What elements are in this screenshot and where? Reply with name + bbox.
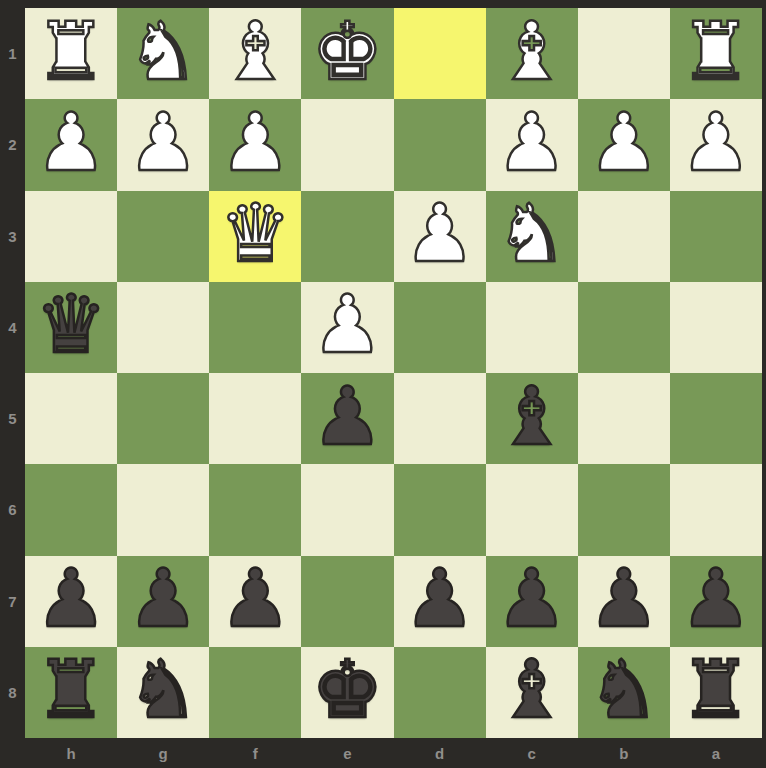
square-f5[interactable] bbox=[209, 373, 301, 464]
square-h2[interactable]: ♟ bbox=[25, 99, 117, 190]
piece-black-pawn[interactable]: ♟ bbox=[35, 559, 107, 639]
square-d8[interactable] bbox=[394, 647, 486, 738]
square-h4[interactable]: ♛ bbox=[25, 282, 117, 373]
square-b4[interactable] bbox=[578, 282, 670, 373]
file-label-a: a bbox=[670, 738, 762, 768]
square-b6[interactable] bbox=[578, 464, 670, 555]
square-a2[interactable]: ♟ bbox=[670, 99, 762, 190]
square-c1[interactable]: ♝ bbox=[486, 8, 578, 99]
square-c2[interactable]: ♟ bbox=[486, 99, 578, 190]
square-d1[interactable] bbox=[394, 8, 486, 99]
piece-white-king[interactable]: ♚ bbox=[312, 12, 384, 92]
square-a5[interactable] bbox=[670, 373, 762, 464]
square-b2[interactable]: ♟ bbox=[578, 99, 670, 190]
square-e8[interactable]: ♚ bbox=[301, 647, 393, 738]
square-h5[interactable] bbox=[25, 373, 117, 464]
piece-white-bishop[interactable]: ♝ bbox=[496, 12, 568, 92]
file-label-d: d bbox=[394, 738, 486, 768]
square-a7[interactable]: ♟ bbox=[670, 556, 762, 647]
square-d4[interactable] bbox=[394, 282, 486, 373]
piece-black-knight[interactable]: ♞ bbox=[588, 650, 660, 730]
square-d2[interactable] bbox=[394, 99, 486, 190]
square-b1[interactable] bbox=[578, 8, 670, 99]
square-e2[interactable] bbox=[301, 99, 393, 190]
square-b8[interactable]: ♞ bbox=[578, 647, 670, 738]
square-f7[interactable]: ♟ bbox=[209, 556, 301, 647]
rank-label-8: 8 bbox=[0, 647, 25, 738]
rank-label-2: 2 bbox=[0, 99, 25, 190]
piece-white-knight[interactable]: ♞ bbox=[496, 194, 568, 274]
piece-white-rook[interactable]: ♜ bbox=[35, 12, 107, 92]
square-d5[interactable] bbox=[394, 373, 486, 464]
piece-black-king[interactable]: ♚ bbox=[312, 650, 384, 730]
piece-white-pawn[interactable]: ♟ bbox=[127, 103, 199, 183]
square-h8[interactable]: ♜ bbox=[25, 647, 117, 738]
piece-black-pawn[interactable]: ♟ bbox=[127, 559, 199, 639]
square-e5[interactable]: ♟ bbox=[301, 373, 393, 464]
rank-label-1: 1 bbox=[0, 8, 25, 99]
piece-black-pawn[interactable]: ♟ bbox=[312, 377, 384, 457]
rank-label-6: 6 bbox=[0, 464, 25, 555]
square-e7[interactable] bbox=[301, 556, 393, 647]
piece-white-pawn[interactable]: ♟ bbox=[312, 285, 384, 365]
square-g7[interactable]: ♟ bbox=[117, 556, 209, 647]
square-g2[interactable]: ♟ bbox=[117, 99, 209, 190]
piece-black-bishop[interactable]: ♝ bbox=[496, 377, 568, 457]
square-e4[interactable]: ♟ bbox=[301, 282, 393, 373]
square-e3[interactable] bbox=[301, 191, 393, 282]
square-f3[interactable]: ♛ bbox=[209, 191, 301, 282]
piece-black-pawn[interactable]: ♟ bbox=[404, 559, 476, 639]
piece-white-rook[interactable]: ♜ bbox=[680, 12, 752, 92]
file-label-f: f bbox=[209, 738, 301, 768]
chess-board: ♜♞♝♚♝♜♟♟♟♟♟♟♛♟♞♛♟♟♝♟♟♟♟♟♟♟♜♞♚♝♞♜ bbox=[25, 8, 762, 738]
piece-black-bishop[interactable]: ♝ bbox=[496, 650, 568, 730]
square-f8[interactable] bbox=[209, 647, 301, 738]
square-d6[interactable] bbox=[394, 464, 486, 555]
piece-white-pawn[interactable]: ♟ bbox=[35, 103, 107, 183]
square-c3[interactable]: ♞ bbox=[486, 191, 578, 282]
piece-black-queen[interactable]: ♛ bbox=[35, 285, 107, 365]
square-h7[interactable]: ♟ bbox=[25, 556, 117, 647]
square-g4[interactable] bbox=[117, 282, 209, 373]
rank-labels: 12345678 bbox=[0, 8, 25, 738]
rank-label-3: 3 bbox=[0, 191, 25, 282]
piece-white-queen[interactable]: ♛ bbox=[219, 194, 291, 274]
square-h1[interactable]: ♜ bbox=[25, 8, 117, 99]
piece-white-pawn[interactable]: ♟ bbox=[404, 194, 476, 274]
square-g1[interactable]: ♞ bbox=[117, 8, 209, 99]
square-d7[interactable]: ♟ bbox=[394, 556, 486, 647]
piece-black-pawn[interactable]: ♟ bbox=[219, 559, 291, 639]
square-a6[interactable] bbox=[670, 464, 762, 555]
square-c7[interactable]: ♟ bbox=[486, 556, 578, 647]
square-a1[interactable]: ♜ bbox=[670, 8, 762, 99]
piece-black-rook[interactable]: ♜ bbox=[35, 650, 107, 730]
piece-black-knight[interactable]: ♞ bbox=[127, 650, 199, 730]
square-e1[interactable]: ♚ bbox=[301, 8, 393, 99]
piece-white-pawn[interactable]: ♟ bbox=[496, 103, 568, 183]
square-b5[interactable] bbox=[578, 373, 670, 464]
square-d3[interactable]: ♟ bbox=[394, 191, 486, 282]
piece-white-pawn[interactable]: ♟ bbox=[219, 103, 291, 183]
piece-white-pawn[interactable]: ♟ bbox=[680, 103, 752, 183]
file-label-h: h bbox=[25, 738, 117, 768]
square-f6[interactable] bbox=[209, 464, 301, 555]
piece-black-pawn[interactable]: ♟ bbox=[588, 559, 660, 639]
file-label-b: b bbox=[578, 738, 670, 768]
file-label-e: e bbox=[301, 738, 393, 768]
square-a3[interactable] bbox=[670, 191, 762, 282]
square-b7[interactable]: ♟ bbox=[578, 556, 670, 647]
rank-label-4: 4 bbox=[0, 282, 25, 373]
rank-label-7: 7 bbox=[0, 556, 25, 647]
square-g3[interactable] bbox=[117, 191, 209, 282]
square-g5[interactable] bbox=[117, 373, 209, 464]
square-e6[interactable] bbox=[301, 464, 393, 555]
piece-black-pawn[interactable]: ♟ bbox=[680, 559, 752, 639]
square-c5[interactable]: ♝ bbox=[486, 373, 578, 464]
square-f4[interactable] bbox=[209, 282, 301, 373]
square-b3[interactable] bbox=[578, 191, 670, 282]
square-c8[interactable]: ♝ bbox=[486, 647, 578, 738]
square-f1[interactable]: ♝ bbox=[209, 8, 301, 99]
file-label-c: c bbox=[486, 738, 578, 768]
board-frame: 12345678 ♜♞♝♚♝♜♟♟♟♟♟♟♛♟♞♛♟♟♝♟♟♟♟♟♟♟♜♞♚♝♞… bbox=[0, 0, 766, 768]
square-h6[interactable] bbox=[25, 464, 117, 555]
square-g8[interactable]: ♞ bbox=[117, 647, 209, 738]
square-c4[interactable] bbox=[486, 282, 578, 373]
rank-label-5: 5 bbox=[0, 373, 25, 464]
square-a8[interactable]: ♜ bbox=[670, 647, 762, 738]
square-h3[interactable] bbox=[25, 191, 117, 282]
file-labels: hgfedcba bbox=[25, 738, 762, 768]
piece-black-pawn[interactable]: ♟ bbox=[496, 559, 568, 639]
piece-white-bishop[interactable]: ♝ bbox=[219, 12, 291, 92]
file-label-g: g bbox=[117, 738, 209, 768]
square-a4[interactable] bbox=[670, 282, 762, 373]
square-c6[interactable] bbox=[486, 464, 578, 555]
piece-white-knight[interactable]: ♞ bbox=[127, 12, 199, 92]
piece-black-rook[interactable]: ♜ bbox=[680, 650, 752, 730]
piece-white-pawn[interactable]: ♟ bbox=[588, 103, 660, 183]
square-f2[interactable]: ♟ bbox=[209, 99, 301, 190]
square-g6[interactable] bbox=[117, 464, 209, 555]
